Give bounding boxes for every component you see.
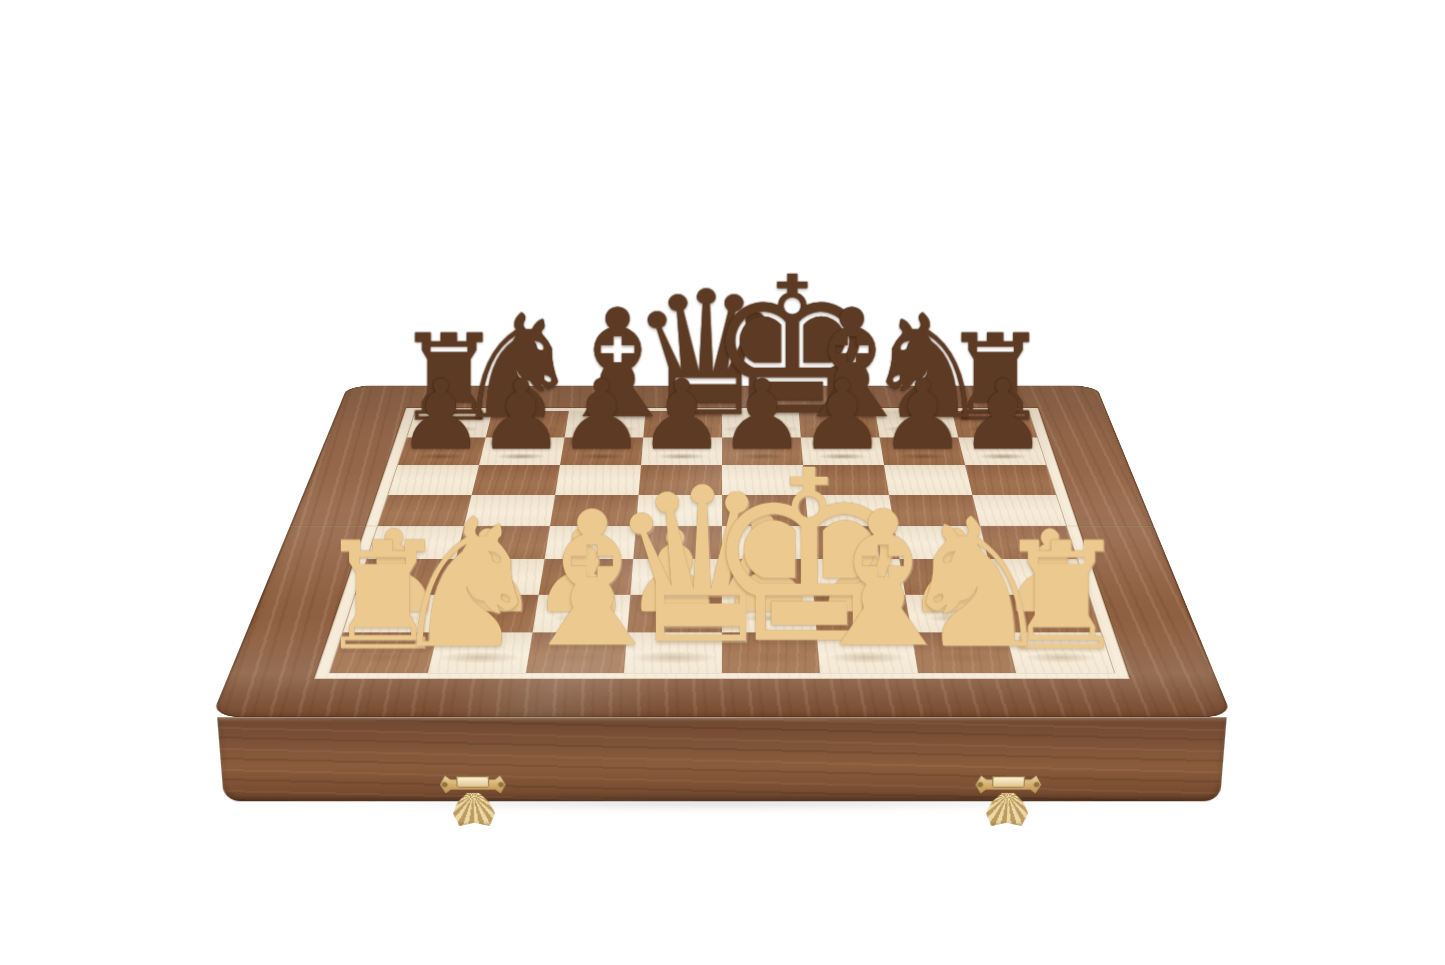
chess-set-photo: ♜♞♝♛♚♝♞♜♟♟♟♟♟♟♟♟♟♟♟♟♟♟♟♟♜♞♝♛♚♝♞♜ bbox=[0, 0, 1445, 965]
square-b7[interactable] bbox=[479, 437, 565, 465]
square-a7[interactable] bbox=[398, 437, 486, 465]
latch-left-icon bbox=[440, 772, 508, 834]
square-b8[interactable] bbox=[486, 411, 569, 437]
latch-shell bbox=[452, 793, 495, 826]
photo-background: { "game": "chess", "scene": "folding woo… bbox=[0, 0, 1445, 965]
square-h7[interactable] bbox=[958, 437, 1046, 465]
square-h8[interactable] bbox=[952, 411, 1037, 437]
board-tilt-group: ♜♞♝♛♚♝♞♜♟♟♟♟♟♟♟♟♟♟♟♟♟♟♟♟♜♞♝♛♚♝♞♜ bbox=[211, 386, 1232, 718]
square-c8[interactable] bbox=[565, 411, 646, 437]
square-a8[interactable] bbox=[407, 411, 492, 437]
latch-shell bbox=[986, 793, 1029, 826]
latch-right-icon bbox=[974, 772, 1042, 834]
box-front-panel bbox=[217, 717, 1227, 801]
latch-bar bbox=[456, 776, 489, 787]
latch-bar bbox=[992, 776, 1025, 787]
piece-white-bishop-f1[interactable]: ♝ bbox=[800, 487, 935, 673]
piece-white-bishop-c1[interactable]: ♝ bbox=[509, 487, 644, 673]
ground-shadow bbox=[219, 800, 1224, 812]
